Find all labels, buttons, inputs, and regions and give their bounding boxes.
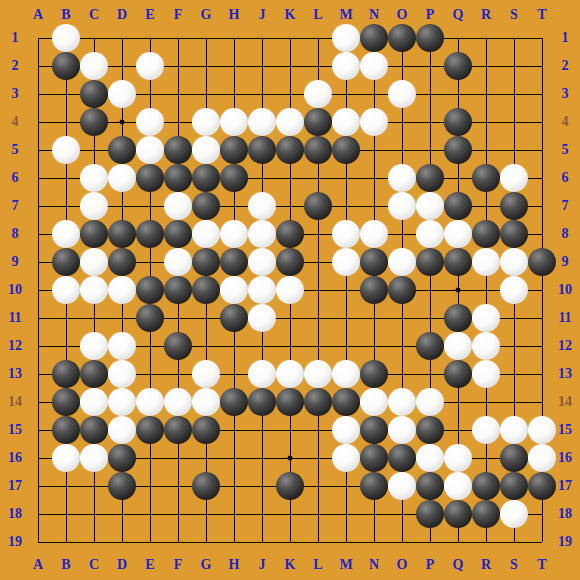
intersection-T6[interactable] (528, 164, 556, 192)
intersection-D1[interactable] (108, 24, 136, 52)
intersection-B4[interactable] (52, 108, 80, 136)
intersection-R4[interactable] (472, 108, 500, 136)
intersection-A4[interactable] (24, 108, 52, 136)
intersection-J7[interactable] (248, 192, 276, 220)
intersection-G8[interactable] (192, 220, 220, 248)
intersection-P5[interactable] (416, 136, 444, 164)
intersection-N15[interactable] (360, 416, 388, 444)
intersection-J17[interactable] (248, 472, 276, 500)
intersection-P8[interactable] (416, 220, 444, 248)
intersection-Q19[interactable] (444, 528, 472, 556)
intersection-H5[interactable] (220, 136, 248, 164)
intersection-J12[interactable] (248, 332, 276, 360)
intersection-P12[interactable] (416, 332, 444, 360)
intersection-N10[interactable] (360, 276, 388, 304)
intersection-Q11[interactable] (444, 304, 472, 332)
intersection-F18[interactable] (164, 500, 192, 528)
intersection-A10[interactable] (24, 276, 52, 304)
intersection-L2[interactable] (304, 52, 332, 80)
intersection-T5[interactable] (528, 136, 556, 164)
intersection-K10[interactable] (276, 276, 304, 304)
intersection-E10[interactable] (136, 276, 164, 304)
intersection-K14[interactable] (276, 388, 304, 416)
intersection-Q7[interactable] (444, 192, 472, 220)
intersection-H8[interactable] (220, 220, 248, 248)
intersection-O10[interactable] (388, 276, 416, 304)
intersection-Q8[interactable] (444, 220, 472, 248)
intersection-T11[interactable] (528, 304, 556, 332)
intersection-S16[interactable] (500, 444, 528, 472)
intersection-N11[interactable] (360, 304, 388, 332)
intersection-D12[interactable] (108, 332, 136, 360)
intersection-O8[interactable] (388, 220, 416, 248)
intersection-L8[interactable] (304, 220, 332, 248)
intersection-E13[interactable] (136, 360, 164, 388)
intersection-C17[interactable] (80, 472, 108, 500)
intersection-F7[interactable] (164, 192, 192, 220)
intersection-N14[interactable] (360, 388, 388, 416)
intersection-T17[interactable] (528, 472, 556, 500)
intersection-G6[interactable] (192, 164, 220, 192)
intersection-B19[interactable] (52, 528, 80, 556)
intersection-M7[interactable] (332, 192, 360, 220)
intersection-R13[interactable] (472, 360, 500, 388)
intersection-J4[interactable] (248, 108, 276, 136)
intersection-F13[interactable] (164, 360, 192, 388)
intersection-C7[interactable] (80, 192, 108, 220)
intersection-P2[interactable] (416, 52, 444, 80)
intersection-L19[interactable] (304, 528, 332, 556)
intersection-G14[interactable] (192, 388, 220, 416)
intersection-P4[interactable] (416, 108, 444, 136)
intersection-Q14[interactable] (444, 388, 472, 416)
intersection-B1[interactable] (52, 24, 80, 52)
intersection-A15[interactable] (24, 416, 52, 444)
intersection-T8[interactable] (528, 220, 556, 248)
intersection-S13[interactable] (500, 360, 528, 388)
intersection-T1[interactable] (528, 24, 556, 52)
intersection-J18[interactable] (248, 500, 276, 528)
intersection-P7[interactable] (416, 192, 444, 220)
intersection-E4[interactable] (136, 108, 164, 136)
intersection-C1[interactable] (80, 24, 108, 52)
intersection-J10[interactable] (248, 276, 276, 304)
intersection-H17[interactable] (220, 472, 248, 500)
intersection-C10[interactable] (80, 276, 108, 304)
intersection-P19[interactable] (416, 528, 444, 556)
intersection-L6[interactable] (304, 164, 332, 192)
intersection-C18[interactable] (80, 500, 108, 528)
intersection-S10[interactable] (500, 276, 528, 304)
intersection-R8[interactable] (472, 220, 500, 248)
intersection-R2[interactable] (472, 52, 500, 80)
intersection-H13[interactable] (220, 360, 248, 388)
intersection-F9[interactable] (164, 248, 192, 276)
intersection-R17[interactable] (472, 472, 500, 500)
intersection-C3[interactable] (80, 80, 108, 108)
intersection-T13[interactable] (528, 360, 556, 388)
intersection-J8[interactable] (248, 220, 276, 248)
intersection-A9[interactable] (24, 248, 52, 276)
intersection-S18[interactable] (500, 500, 528, 528)
intersection-H14[interactable] (220, 388, 248, 416)
intersection-G12[interactable] (192, 332, 220, 360)
intersection-G18[interactable] (192, 500, 220, 528)
intersection-A8[interactable] (24, 220, 52, 248)
intersection-J16[interactable] (248, 444, 276, 472)
intersection-L7[interactable] (304, 192, 332, 220)
intersection-R18[interactable] (472, 500, 500, 528)
intersection-F1[interactable] (164, 24, 192, 52)
intersection-B16[interactable] (52, 444, 80, 472)
intersection-G11[interactable] (192, 304, 220, 332)
intersection-M2[interactable] (332, 52, 360, 80)
intersection-F5[interactable] (164, 136, 192, 164)
intersection-F4[interactable] (164, 108, 192, 136)
intersection-N3[interactable] (360, 80, 388, 108)
intersection-J1[interactable] (248, 24, 276, 52)
intersection-J15[interactable] (248, 416, 276, 444)
intersection-B3[interactable] (52, 80, 80, 108)
intersection-H7[interactable] (220, 192, 248, 220)
intersection-C14[interactable] (80, 388, 108, 416)
intersection-O17[interactable] (388, 472, 416, 500)
intersection-M4[interactable] (332, 108, 360, 136)
intersection-G2[interactable] (192, 52, 220, 80)
intersection-M13[interactable] (332, 360, 360, 388)
intersection-J6[interactable] (248, 164, 276, 192)
intersection-H9[interactable] (220, 248, 248, 276)
intersection-Q12[interactable] (444, 332, 472, 360)
intersection-G9[interactable] (192, 248, 220, 276)
intersection-J3[interactable] (248, 80, 276, 108)
intersection-D15[interactable] (108, 416, 136, 444)
intersection-R14[interactable] (472, 388, 500, 416)
intersection-G3[interactable] (192, 80, 220, 108)
intersection-O9[interactable] (388, 248, 416, 276)
intersection-P15[interactable] (416, 416, 444, 444)
intersection-H15[interactable] (220, 416, 248, 444)
intersection-M9[interactable] (332, 248, 360, 276)
intersection-K11[interactable] (276, 304, 304, 332)
intersection-B15[interactable] (52, 416, 80, 444)
intersection-H2[interactable] (220, 52, 248, 80)
intersection-L15[interactable] (304, 416, 332, 444)
intersection-M12[interactable] (332, 332, 360, 360)
intersection-M14[interactable] (332, 388, 360, 416)
intersection-B12[interactable] (52, 332, 80, 360)
intersection-G13[interactable] (192, 360, 220, 388)
intersection-J19[interactable] (248, 528, 276, 556)
intersection-D13[interactable] (108, 360, 136, 388)
intersection-J13[interactable] (248, 360, 276, 388)
intersection-G17[interactable] (192, 472, 220, 500)
intersection-H11[interactable] (220, 304, 248, 332)
intersection-K4[interactable] (276, 108, 304, 136)
intersection-M18[interactable] (332, 500, 360, 528)
intersection-T15[interactable] (528, 416, 556, 444)
intersection-C5[interactable] (80, 136, 108, 164)
intersection-K6[interactable] (276, 164, 304, 192)
intersection-R5[interactable] (472, 136, 500, 164)
intersection-G16[interactable] (192, 444, 220, 472)
intersection-P18[interactable] (416, 500, 444, 528)
intersection-F8[interactable] (164, 220, 192, 248)
intersection-G4[interactable] (192, 108, 220, 136)
intersection-T3[interactable] (528, 80, 556, 108)
intersection-F17[interactable] (164, 472, 192, 500)
intersection-F6[interactable] (164, 164, 192, 192)
intersection-S17[interactable] (500, 472, 528, 500)
intersection-H1[interactable] (220, 24, 248, 52)
intersection-Q18[interactable] (444, 500, 472, 528)
intersection-N8[interactable] (360, 220, 388, 248)
intersection-A6[interactable] (24, 164, 52, 192)
intersection-M17[interactable] (332, 472, 360, 500)
intersection-P17[interactable] (416, 472, 444, 500)
intersection-S12[interactable] (500, 332, 528, 360)
intersection-G7[interactable] (192, 192, 220, 220)
intersection-T18[interactable] (528, 500, 556, 528)
intersection-A11[interactable] (24, 304, 52, 332)
intersection-L18[interactable] (304, 500, 332, 528)
intersection-E3[interactable] (136, 80, 164, 108)
intersection-D8[interactable] (108, 220, 136, 248)
intersection-O18[interactable] (388, 500, 416, 528)
intersection-O1[interactable] (388, 24, 416, 52)
intersection-J11[interactable] (248, 304, 276, 332)
intersection-Q4[interactable] (444, 108, 472, 136)
intersection-E2[interactable] (136, 52, 164, 80)
intersection-S5[interactable] (500, 136, 528, 164)
intersection-D14[interactable] (108, 388, 136, 416)
intersection-Q15[interactable] (444, 416, 472, 444)
intersection-G1[interactable] (192, 24, 220, 52)
intersection-D6[interactable] (108, 164, 136, 192)
intersection-S4[interactable] (500, 108, 528, 136)
intersection-B6[interactable] (52, 164, 80, 192)
intersection-E9[interactable] (136, 248, 164, 276)
intersection-D19[interactable] (108, 528, 136, 556)
intersection-O12[interactable] (388, 332, 416, 360)
intersection-A2[interactable] (24, 52, 52, 80)
intersection-L12[interactable] (304, 332, 332, 360)
intersection-Q17[interactable] (444, 472, 472, 500)
intersection-K19[interactable] (276, 528, 304, 556)
intersection-M15[interactable] (332, 416, 360, 444)
intersection-G15[interactable] (192, 416, 220, 444)
intersection-K16[interactable] (276, 444, 304, 472)
intersection-B2[interactable] (52, 52, 80, 80)
intersection-N13[interactable] (360, 360, 388, 388)
intersection-N19[interactable] (360, 528, 388, 556)
intersection-G10[interactable] (192, 276, 220, 304)
intersection-Q16[interactable] (444, 444, 472, 472)
intersection-S7[interactable] (500, 192, 528, 220)
intersection-K18[interactable] (276, 500, 304, 528)
intersection-R16[interactable] (472, 444, 500, 472)
intersection-P11[interactable] (416, 304, 444, 332)
intersection-N12[interactable] (360, 332, 388, 360)
intersection-R7[interactable] (472, 192, 500, 220)
intersection-E14[interactable] (136, 388, 164, 416)
intersection-T16[interactable] (528, 444, 556, 472)
intersection-N5[interactable] (360, 136, 388, 164)
intersection-L4[interactable] (304, 108, 332, 136)
intersection-P9[interactable] (416, 248, 444, 276)
intersection-O2[interactable] (388, 52, 416, 80)
intersection-S19[interactable] (500, 528, 528, 556)
intersection-A18[interactable] (24, 500, 52, 528)
intersection-E5[interactable] (136, 136, 164, 164)
intersection-Q1[interactable] (444, 24, 472, 52)
intersection-P14[interactable] (416, 388, 444, 416)
intersection-M1[interactable] (332, 24, 360, 52)
intersection-M10[interactable] (332, 276, 360, 304)
intersection-A7[interactable] (24, 192, 52, 220)
intersection-D3[interactable] (108, 80, 136, 108)
intersection-O14[interactable] (388, 388, 416, 416)
intersection-Q9[interactable] (444, 248, 472, 276)
intersection-F12[interactable] (164, 332, 192, 360)
intersection-M5[interactable] (332, 136, 360, 164)
intersection-G5[interactable] (192, 136, 220, 164)
intersection-F3[interactable] (164, 80, 192, 108)
intersection-S11[interactable] (500, 304, 528, 332)
intersection-E12[interactable] (136, 332, 164, 360)
intersection-D11[interactable] (108, 304, 136, 332)
intersection-B17[interactable] (52, 472, 80, 500)
intersection-N2[interactable] (360, 52, 388, 80)
intersection-C9[interactable] (80, 248, 108, 276)
intersection-H16[interactable] (220, 444, 248, 472)
intersection-K7[interactable] (276, 192, 304, 220)
intersection-S2[interactable] (500, 52, 528, 80)
intersection-O6[interactable] (388, 164, 416, 192)
intersection-C12[interactable] (80, 332, 108, 360)
intersection-K5[interactable] (276, 136, 304, 164)
intersection-T4[interactable] (528, 108, 556, 136)
intersection-K13[interactable] (276, 360, 304, 388)
intersection-D2[interactable] (108, 52, 136, 80)
intersection-T7[interactable] (528, 192, 556, 220)
intersection-H6[interactable] (220, 164, 248, 192)
intersection-H12[interactable] (220, 332, 248, 360)
intersection-S9[interactable] (500, 248, 528, 276)
intersection-P13[interactable] (416, 360, 444, 388)
intersection-C13[interactable] (80, 360, 108, 388)
intersection-B10[interactable] (52, 276, 80, 304)
intersection-O3[interactable] (388, 80, 416, 108)
intersection-G19[interactable] (192, 528, 220, 556)
intersection-R12[interactable] (472, 332, 500, 360)
intersection-R19[interactable] (472, 528, 500, 556)
intersection-O15[interactable] (388, 416, 416, 444)
intersection-A16[interactable] (24, 444, 52, 472)
intersection-P16[interactable] (416, 444, 444, 472)
intersection-D16[interactable] (108, 444, 136, 472)
intersection-B14[interactable] (52, 388, 80, 416)
intersection-D10[interactable] (108, 276, 136, 304)
intersection-N4[interactable] (360, 108, 388, 136)
intersection-R11[interactable] (472, 304, 500, 332)
intersection-B11[interactable] (52, 304, 80, 332)
intersection-E7[interactable] (136, 192, 164, 220)
intersection-K17[interactable] (276, 472, 304, 500)
intersection-A17[interactable] (24, 472, 52, 500)
intersection-M16[interactable] (332, 444, 360, 472)
intersection-A19[interactable] (24, 528, 52, 556)
intersection-S3[interactable] (500, 80, 528, 108)
intersection-T14[interactable] (528, 388, 556, 416)
intersection-J9[interactable] (248, 248, 276, 276)
intersection-H4[interactable] (220, 108, 248, 136)
intersection-K12[interactable] (276, 332, 304, 360)
intersection-T9[interactable] (528, 248, 556, 276)
intersection-J2[interactable] (248, 52, 276, 80)
intersection-A13[interactable] (24, 360, 52, 388)
intersection-K9[interactable] (276, 248, 304, 276)
intersection-K2[interactable] (276, 52, 304, 80)
intersection-E16[interactable] (136, 444, 164, 472)
intersection-C11[interactable] (80, 304, 108, 332)
intersection-F10[interactable] (164, 276, 192, 304)
intersection-O5[interactable] (388, 136, 416, 164)
intersection-A1[interactable] (24, 24, 52, 52)
intersection-Q5[interactable] (444, 136, 472, 164)
intersection-N9[interactable] (360, 248, 388, 276)
intersection-L9[interactable] (304, 248, 332, 276)
intersection-R6[interactable] (472, 164, 500, 192)
intersection-K1[interactable] (276, 24, 304, 52)
intersection-C4[interactable] (80, 108, 108, 136)
intersection-A5[interactable] (24, 136, 52, 164)
intersection-B9[interactable] (52, 248, 80, 276)
intersection-A3[interactable] (24, 80, 52, 108)
intersection-D7[interactable] (108, 192, 136, 220)
intersection-L16[interactable] (304, 444, 332, 472)
intersection-P1[interactable] (416, 24, 444, 52)
intersection-Q10[interactable] (444, 276, 472, 304)
intersection-L14[interactable] (304, 388, 332, 416)
intersection-E19[interactable] (136, 528, 164, 556)
intersection-S6[interactable] (500, 164, 528, 192)
intersection-E6[interactable] (136, 164, 164, 192)
intersection-D5[interactable] (108, 136, 136, 164)
intersection-B13[interactable] (52, 360, 80, 388)
intersection-F14[interactable] (164, 388, 192, 416)
intersection-F2[interactable] (164, 52, 192, 80)
intersection-D17[interactable] (108, 472, 136, 500)
intersection-E18[interactable] (136, 500, 164, 528)
intersection-R15[interactable] (472, 416, 500, 444)
intersection-B5[interactable] (52, 136, 80, 164)
intersection-J14[interactable] (248, 388, 276, 416)
intersection-K8[interactable] (276, 220, 304, 248)
intersection-B18[interactable] (52, 500, 80, 528)
intersection-S1[interactable] (500, 24, 528, 52)
intersection-N18[interactable] (360, 500, 388, 528)
intersection-N16[interactable] (360, 444, 388, 472)
intersection-M19[interactable] (332, 528, 360, 556)
intersection-T10[interactable] (528, 276, 556, 304)
intersection-E11[interactable] (136, 304, 164, 332)
intersection-R1[interactable] (472, 24, 500, 52)
intersection-N7[interactable] (360, 192, 388, 220)
intersection-C8[interactable] (80, 220, 108, 248)
intersection-O16[interactable] (388, 444, 416, 472)
intersection-B8[interactable] (52, 220, 80, 248)
